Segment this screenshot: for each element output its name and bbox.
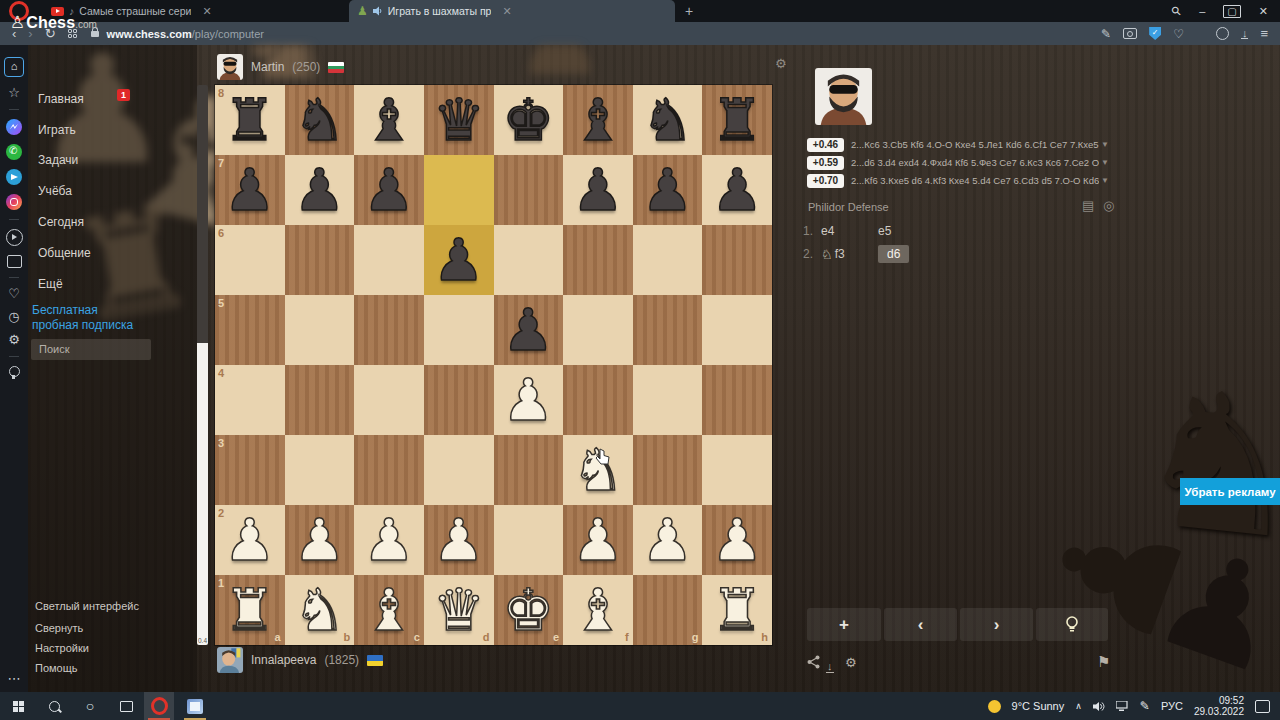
- black-pawn-g7[interactable]: ♟: [633, 155, 703, 225]
- sidebar-item-label: Ещё: [38, 277, 63, 291]
- rank-label: 3: [218, 437, 224, 449]
- square-b6[interactable]: [285, 225, 355, 295]
- rail-more-icon[interactable]: ⋯: [8, 672, 21, 686]
- move-white[interactable]: e4: [821, 224, 878, 238]
- rail-settings-gear-icon[interactable]: ⚙: [8, 333, 20, 347]
- square-c7[interactable]: ♟: [354, 155, 424, 225]
- browser-tab-bar: ♪ Самые страшные сери ✕ ♟ Играть в шахма…: [0, 0, 1280, 22]
- player-avatar[interactable]: [217, 647, 243, 673]
- square-b3[interactable]: [285, 435, 355, 505]
- analysis-line[interactable]: +0.70 2...Кf6 3.Кхе5 d6 4.Кf3 Кхе4 5.d4 …: [807, 173, 1117, 188]
- weather-text[interactable]: 9°C Sunny: [1012, 700, 1065, 712]
- square-d2[interactable]: ♟: [424, 505, 494, 575]
- tab-audio-icon: [373, 6, 383, 16]
- speed-dial-home-icon[interactable]: ⌂: [4, 57, 24, 77]
- hint-button[interactable]: [1036, 608, 1108, 641]
- square-h2[interactable]: ♟: [702, 505, 772, 575]
- tips-lightbulb-icon[interactable]: [9, 366, 20, 377]
- white-pawn-f2[interactable]: ♟: [563, 505, 633, 575]
- move-black[interactable]: e5: [878, 224, 891, 238]
- square-f3[interactable]: ♞: [563, 435, 633, 505]
- square-d7[interactable]: [424, 155, 494, 225]
- square-a2[interactable]: 2♟: [215, 505, 285, 575]
- window-minimize-button[interactable]: –: [1199, 5, 1205, 17]
- square-f8[interactable]: ♝: [563, 85, 633, 155]
- black-pawn-e5[interactable]: ♟: [494, 295, 564, 365]
- downloads-icon[interactable]: ↓: [1241, 28, 1249, 39]
- square-a8[interactable]: 8♜: [215, 85, 285, 155]
- square-h6[interactable]: [702, 225, 772, 295]
- taskbar-opera-icon[interactable]: [144, 692, 174, 720]
- screen: { "game": "chess", "position": "rnbqkbnr…: [0, 0, 1280, 720]
- black-king-e8[interactable]: ♚: [494, 85, 564, 155]
- footer-item-label: Настройки: [35, 642, 89, 654]
- white-queen-d1[interactable]: ♛: [424, 575, 494, 645]
- action-center-icon[interactable]: [1255, 700, 1270, 713]
- eval-badge: +0.70: [807, 174, 844, 188]
- whatsapp-icon[interactable]: [6, 144, 22, 160]
- line-moves: 2...Кf6 3.Кхе5 d6 4.Кf3 Кхе4 5.d4 Се7 6.…: [851, 175, 1099, 186]
- file-label: g: [692, 631, 699, 643]
- footer-item-label: Светлый интерфейс: [35, 600, 139, 612]
- chevron-down-icon[interactable]: ▼: [1101, 140, 1109, 149]
- footer-item-label: Помощь: [35, 662, 78, 674]
- white-knight-icon: ♘: [821, 247, 833, 262]
- next-move-button[interactable]: ›: [960, 608, 1033, 641]
- black-pawn-f7[interactable]: ♟: [563, 155, 633, 225]
- browser-search-icon[interactable]: ⚲: [1169, 3, 1185, 19]
- snapshot-icon[interactable]: [1123, 28, 1137, 39]
- square-c3[interactable]: [354, 435, 424, 505]
- chess-favicon: ♟: [357, 5, 368, 17]
- download-pgn-icon[interactable]: ↓: [826, 660, 834, 673]
- opera-sidebar-rail: ⌂ ☆ ♡ ◷ ⚙ ⋯: [0, 45, 28, 692]
- square-d1[interactable]: d♛: [424, 575, 494, 645]
- volume-icon[interactable]: [1093, 701, 1105, 712]
- tray-expand-icon[interactable]: ∧: [1075, 701, 1082, 711]
- address-bar: ‹ › ↻ www.chess.com/play/computer ✎ ✓ ♡ …: [0, 22, 1280, 45]
- white-king-e1[interactable]: ♚: [494, 575, 564, 645]
- eval-badge: +0.59: [807, 156, 844, 170]
- bot-avatar-large[interactable]: [815, 68, 872, 125]
- sidebar-item-label: Учёба: [38, 184, 72, 198]
- square-e1[interactable]: e♚: [494, 575, 564, 645]
- square-e6[interactable]: [494, 225, 564, 295]
- book-icon[interactable]: ▤: [1082, 198, 1094, 213]
- rank-label: 4: [218, 367, 224, 379]
- white-pawn-a2[interactable]: ♟: [215, 505, 285, 575]
- square-f5[interactable]: [563, 295, 633, 365]
- square-f2[interactable]: ♟: [563, 505, 633, 575]
- square-e2[interactable]: [494, 505, 564, 575]
- opponent-avatar[interactable]: [217, 54, 243, 80]
- square-b8[interactable]: ♞: [285, 85, 355, 155]
- chesscom-logo-pawn-icon: ♙: [10, 12, 25, 33]
- network-icon[interactable]: [1116, 701, 1129, 712]
- square-e5[interactable]: ♟: [494, 295, 564, 365]
- previous-move-button[interactable]: ‹: [884, 608, 957, 641]
- sidebar-item-label: Главная: [38, 92, 84, 106]
- news-icon[interactable]: [7, 255, 22, 268]
- white-pawn-b2[interactable]: ♟: [285, 505, 355, 575]
- square-c4[interactable]: [354, 365, 424, 435]
- square-g1[interactable]: g: [633, 575, 703, 645]
- square-g6[interactable]: [633, 225, 703, 295]
- window-close-button[interactable]: ✕: [1259, 5, 1268, 18]
- square-d5[interactable]: [424, 295, 494, 365]
- share-icon[interactable]: [807, 655, 820, 673]
- square-f7[interactable]: ♟: [563, 155, 633, 225]
- logo-text: Chess: [26, 14, 75, 32]
- move-black-selected[interactable]: d6: [878, 245, 909, 263]
- logo-suffix: .com: [75, 19, 97, 30]
- square-g2[interactable]: ♟: [633, 505, 703, 575]
- rank-label: 6: [218, 227, 224, 239]
- white-pawn-e4[interactable]: ♟: [494, 365, 564, 435]
- line-moves: 2...Кс6 3.Сb5 Кf6 4.О-О Кхе4 5.Ле1 Кd6 6…: [851, 139, 1099, 150]
- url-path: /play/computer: [192, 28, 264, 40]
- date: 29.03.2022: [1194, 706, 1244, 717]
- sidebar-item-label: Задачи: [38, 153, 78, 167]
- footer-item-label: Свернуть: [35, 622, 83, 634]
- square-g4[interactable]: [633, 365, 703, 435]
- white-pawn-h2[interactable]: ♟: [702, 505, 772, 575]
- free-trial-label: Бесплатнаяпробная подписка: [32, 303, 133, 333]
- bulgaria-flag-icon: [328, 62, 344, 73]
- wheel-icon[interactable]: [1216, 27, 1229, 40]
- square-h5[interactable]: [702, 295, 772, 365]
- square-d6[interactable]: ♟: [424, 225, 494, 295]
- square-a4[interactable]: 4: [215, 365, 285, 435]
- rank-label: 5: [218, 297, 224, 309]
- square-g7[interactable]: ♟: [633, 155, 703, 225]
- square-c5[interactable]: [354, 295, 424, 365]
- lightbulb-icon: [1065, 616, 1079, 633]
- task-view-icon[interactable]: [108, 692, 144, 720]
- evaluation-bar: 0.4: [197, 85, 208, 645]
- resign-flag-icon[interactable]: ⚑: [1097, 653, 1110, 671]
- player-name[interactable]: Innalapeeva: [251, 653, 316, 667]
- square-c8[interactable]: ♝: [354, 85, 424, 155]
- square-a5[interactable]: 5: [215, 295, 285, 365]
- chess-board[interactable]: 8♜♞♝♛♚♝♞♜7♟♟♟♟♟♟6♟5♟4♟3♞2♟♟♟♟♟♟♟1a♜b♞c♝d…: [215, 85, 772, 645]
- square-f1[interactable]: f♝: [563, 575, 633, 645]
- white-pawn-d2[interactable]: ♟: [424, 505, 494, 575]
- sidebar-item-label: Сегодня: [38, 215, 84, 229]
- new-tab-button[interactable]: +: [685, 3, 693, 19]
- black-bishop-f8[interactable]: ♝: [563, 85, 633, 155]
- pen-icon[interactable]: ✎: [1140, 699, 1150, 713]
- square-b2[interactable]: ♟: [285, 505, 355, 575]
- black-pawn-d6[interactable]: ♟: [424, 225, 494, 295]
- weather-sun-icon: [988, 700, 1001, 713]
- taskbar-media-app-icon[interactable]: [180, 692, 210, 720]
- square-a1[interactable]: 1a♜: [215, 575, 285, 645]
- square-a7[interactable]: 7♟: [215, 155, 285, 225]
- black-knight-b8[interactable]: ♞: [285, 85, 355, 155]
- black-bishop-c8[interactable]: ♝: [354, 85, 424, 155]
- ukraine-flag-icon: [367, 655, 383, 666]
- analysis-line[interactable]: +0.59 2...d6 3.d4 exd4 4.Фxd4 Кf6 5.Фе3 …: [807, 155, 1117, 170]
- sidebar-search-input[interactable]: Поиск: [31, 339, 151, 360]
- square-e7[interactable]: [494, 155, 564, 225]
- black-pawn-b7[interactable]: ♟: [285, 155, 355, 225]
- square-b1[interactable]: b♞: [285, 575, 355, 645]
- white-pawn-c2[interactable]: ♟: [354, 505, 424, 575]
- black-pawn-c7[interactable]: ♟: [354, 155, 424, 225]
- eval-badge: +0.46: [807, 138, 844, 152]
- black-queen-d8[interactable]: ♛: [424, 85, 494, 155]
- black-rook-h8[interactable]: ♜: [702, 85, 772, 155]
- window-maximize-button[interactable]: ▢: [1223, 5, 1240, 18]
- sidebar-item-label: Общение: [38, 246, 91, 260]
- move-number: 1.: [803, 224, 821, 238]
- chevron-down-icon[interactable]: ▼: [1101, 176, 1109, 185]
- square-c1[interactable]: c♝: [354, 575, 424, 645]
- square-g8[interactable]: ♞: [633, 85, 703, 155]
- white-bishop-f1[interactable]: ♝: [563, 575, 633, 645]
- player-bar: Innalapeeva (1825): [217, 647, 383, 673]
- sidebar-item-label: Играть: [38, 123, 76, 137]
- white-pawn-g2[interactable]: ♟: [633, 505, 703, 575]
- square-h3[interactable]: [702, 435, 772, 505]
- cortana-icon[interactable]: ○: [72, 692, 108, 720]
- player-rating: (1825): [324, 653, 359, 667]
- opponent-rating: (250): [292, 60, 320, 74]
- notification-badge: 1: [117, 89, 130, 101]
- black-rook-a8[interactable]: ♜: [215, 85, 285, 155]
- chesscom-logo[interactable]: ♙ Chess .com: [10, 12, 97, 33]
- chevron-down-icon[interactable]: ▼: [1101, 158, 1109, 167]
- square-e4[interactable]: ♟: [494, 365, 564, 435]
- board-settings-gear-icon[interactable]: ⚙: [775, 56, 787, 71]
- move-row: 2. ♘ f3 d6: [803, 245, 909, 263]
- white-rook-h1[interactable]: ♜: [702, 575, 772, 645]
- time: 09:52: [1219, 695, 1244, 706]
- black-pawn-a7[interactable]: ♟: [215, 155, 285, 225]
- analysis-settings-gear-icon[interactable]: ⚙: [845, 655, 857, 670]
- white-rook-a1[interactable]: ♜: [215, 575, 285, 645]
- telegram-icon[interactable]: [6, 169, 22, 185]
- square-h8[interactable]: ♜: [702, 85, 772, 155]
- square-g5[interactable]: [633, 295, 703, 365]
- square-b4[interactable]: [285, 365, 355, 435]
- add-move-button[interactable]: +: [807, 608, 881, 641]
- white-bishop-c1[interactable]: ♝: [354, 575, 424, 645]
- instagram-icon[interactable]: [6, 194, 22, 210]
- bookmark-heart-icon[interactable]: ♡: [1173, 27, 1184, 41]
- edit-page-icon[interactable]: ✎: [1101, 27, 1111, 41]
- tab-close-icon[interactable]: ✕: [202, 5, 211, 18]
- history-icon[interactable]: ◷: [8, 310, 19, 324]
- move-number: 2.: [803, 247, 821, 261]
- sidebar-setup-icon[interactable]: ≡: [1260, 26, 1268, 41]
- clock[interactable]: 09:52 29.03.2022: [1194, 695, 1244, 717]
- square-d3[interactable]: [424, 435, 494, 505]
- square-b5[interactable]: [285, 295, 355, 365]
- square-h4[interactable]: [702, 365, 772, 435]
- sidebar-item-light-ui[interactable]: ☼ Светлый интерфейс: [12, 599, 139, 613]
- move-white[interactable]: ♘ f3: [821, 247, 878, 262]
- square-f6[interactable]: [563, 225, 633, 295]
- opponent-player-bar: Martin (250): [217, 54, 344, 80]
- square-h1[interactable]: h♜: [702, 575, 772, 645]
- opening-name: Philidor Defense: [808, 201, 889, 213]
- square-a3[interactable]: 3: [215, 435, 285, 505]
- url-host: www.chess.com: [107, 28, 192, 40]
- free-trial-link[interactable]: ◆ Бесплатнаяпробная подписка: [12, 303, 133, 333]
- square-h7[interactable]: ♟: [702, 155, 772, 225]
- adblock-shield-icon[interactable]: ✓: [1149, 27, 1161, 40]
- tab-chess[interactable]: ♟ Играть в шахматы пр ✕: [349, 0, 675, 22]
- taskbar-search-icon[interactable]: [36, 692, 72, 720]
- tab-close-icon[interactable]: ✕: [502, 5, 511, 18]
- square-f4[interactable]: [563, 365, 633, 435]
- url-text[interactable]: www.chess.com/play/computer: [107, 28, 264, 40]
- square-g3[interactable]: [633, 435, 703, 505]
- evaluation-value: 0.4: [197, 637, 208, 644]
- square-c6[interactable]: [354, 225, 424, 295]
- move-row: 1. e4 e5: [803, 224, 891, 238]
- windows-taskbar: ○ 9°C Sunny ∧ ✎ РУС 09:52 29.03.2022: [0, 692, 1280, 720]
- remove-ads-button[interactable]: Убрать рекламу: [1180, 478, 1280, 505]
- messenger-icon[interactable]: [6, 119, 22, 135]
- black-knight-g8[interactable]: ♞: [633, 85, 703, 155]
- white-knight-f3[interactable]: ♞: [563, 435, 633, 505]
- opponent-name[interactable]: Martin: [251, 60, 284, 74]
- white-knight-b1[interactable]: ♞: [285, 575, 355, 645]
- hand-cursor-icon: [595, 448, 611, 466]
- square-a6[interactable]: 6: [215, 225, 285, 295]
- square-d4[interactable]: [424, 365, 494, 435]
- black-pawn-h7[interactable]: ♟: [702, 155, 772, 225]
- evaluation-bar-white: [197, 343, 208, 645]
- chesscom-sidebar: [28, 45, 197, 692]
- square-b7[interactable]: ♟: [285, 155, 355, 225]
- bookmarks-star-icon[interactable]: ☆: [8, 86, 20, 100]
- line-moves: 2...d6 3.d4 exd4 4.Фxd4 Кf6 5.Фе3 Се7 6.…: [851, 157, 1099, 168]
- square-d8[interactable]: ♛: [424, 85, 494, 155]
- square-e3[interactable]: [494, 435, 564, 505]
- tab-title: Играть в шахматы пр: [388, 5, 492, 17]
- favorites-heart-icon[interactable]: ♡: [8, 287, 20, 301]
- language-indicator[interactable]: РУС: [1161, 700, 1183, 712]
- player-icon[interactable]: [6, 229, 23, 246]
- square-e8[interactable]: ♚: [494, 85, 564, 155]
- analysis-line[interactable]: +0.46 2...Кс6 3.Сb5 Кf6 4.О-О Кхе4 5.Ле1…: [807, 137, 1117, 152]
- square-c2[interactable]: ♟: [354, 505, 424, 575]
- opening-explorer-icon[interactable]: ◎: [1103, 198, 1114, 213]
- start-button[interactable]: [0, 692, 36, 720]
